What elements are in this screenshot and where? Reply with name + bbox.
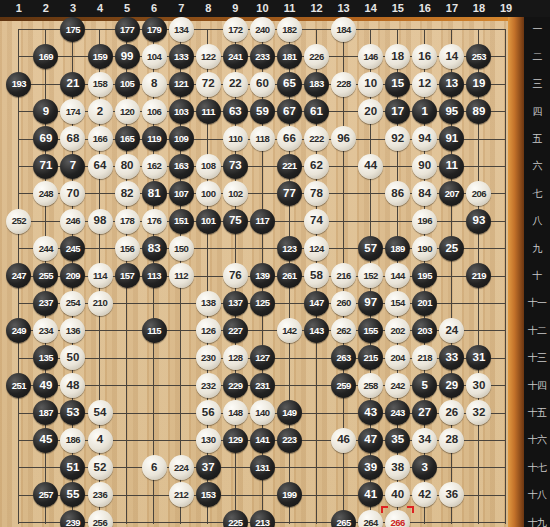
stone-265[interactable]: 265 xyxy=(331,510,356,527)
column-label: 5 xyxy=(124,0,130,17)
row-label: 十六 xyxy=(528,433,546,447)
stone-159[interactable]: 159 xyxy=(88,44,113,69)
stone-56[interactable]: 56 xyxy=(196,400,221,425)
stone-89[interactable]: 89 xyxy=(466,99,491,124)
stone-45[interactable]: 45 xyxy=(33,428,58,453)
stone-252[interactable]: 252 xyxy=(6,209,31,234)
stone-7[interactable]: 7 xyxy=(60,154,85,179)
stone-97[interactable]: 97 xyxy=(358,291,383,316)
stone-259[interactable]: 259 xyxy=(331,373,356,398)
stone-113[interactable]: 113 xyxy=(142,263,167,288)
stone-60[interactable]: 60 xyxy=(250,72,275,97)
stone-148[interactable]: 148 xyxy=(223,400,248,425)
stone-43[interactable]: 43 xyxy=(358,400,383,425)
stone-131[interactable]: 131 xyxy=(250,455,275,480)
stone-128[interactable]: 128 xyxy=(223,345,248,370)
stone-120[interactable]: 120 xyxy=(115,99,140,124)
stone-move-number: 114 xyxy=(93,271,107,281)
stone-move-number: 196 xyxy=(418,216,432,226)
stone-41[interactable]: 41 xyxy=(358,482,383,507)
stone-move-number: 144 xyxy=(391,271,405,281)
stone-move-number: 189 xyxy=(391,244,405,254)
stone-move-number: 195 xyxy=(418,271,432,281)
stone-94[interactable]: 94 xyxy=(412,126,437,151)
stone-33[interactable]: 33 xyxy=(439,345,464,370)
stone-100[interactable]: 100 xyxy=(196,181,221,206)
column-label: 7 xyxy=(178,0,184,17)
stone-239[interactable]: 239 xyxy=(60,510,85,527)
stone-223[interactable]: 223 xyxy=(277,428,302,453)
stone-202[interactable]: 202 xyxy=(385,318,410,343)
stone-move-number: 130 xyxy=(201,435,215,445)
stone-175[interactable]: 175 xyxy=(60,17,85,42)
stone-10[interactable]: 10 xyxy=(358,72,383,97)
stone-move-number: 32 xyxy=(472,407,485,419)
stone-44[interactable]: 44 xyxy=(358,154,383,179)
stone-81[interactable]: 81 xyxy=(142,181,167,206)
stone-172[interactable]: 172 xyxy=(223,17,248,42)
stone-67[interactable]: 67 xyxy=(277,99,302,124)
stone-52[interactable]: 52 xyxy=(88,455,113,480)
stone-221[interactable]: 221 xyxy=(277,154,302,179)
stone-108[interactable]: 108 xyxy=(196,154,221,179)
stone-169[interactable]: 169 xyxy=(33,44,58,69)
stone-232[interactable]: 232 xyxy=(196,373,221,398)
stone-141[interactable]: 141 xyxy=(250,428,275,453)
stone-137[interactable]: 137 xyxy=(223,291,248,316)
stone-86[interactable]: 86 xyxy=(385,181,410,206)
stone-107[interactable]: 107 xyxy=(169,181,194,206)
column-label: 17 xyxy=(446,0,458,17)
stone-move-number: 141 xyxy=(255,435,269,445)
stone-127[interactable]: 127 xyxy=(250,345,275,370)
stone-move-number: 112 xyxy=(174,271,188,281)
stone-157[interactable]: 157 xyxy=(115,263,140,288)
stone-63[interactable]: 63 xyxy=(223,99,248,124)
stone-149[interactable]: 149 xyxy=(277,400,302,425)
stone-move-number: 148 xyxy=(228,408,242,418)
stone-65[interactable]: 65 xyxy=(277,72,302,97)
stone-39[interactable]: 39 xyxy=(358,455,383,480)
stone-219[interactable]: 219 xyxy=(466,263,491,288)
stone-96[interactable]: 96 xyxy=(331,126,356,151)
stone-move-number: 146 xyxy=(363,52,377,62)
stone-83[interactable]: 83 xyxy=(142,236,167,261)
stone-move-number: 55 xyxy=(67,489,80,501)
stone-142[interactable]: 142 xyxy=(277,318,302,343)
stone-move-number: 6 xyxy=(151,462,157,474)
stone-move-number: 64 xyxy=(94,160,107,172)
stone-139[interactable]: 139 xyxy=(250,263,275,288)
stone-182[interactable]: 182 xyxy=(277,17,302,42)
stone-190[interactable]: 190 xyxy=(412,236,437,261)
stone-90[interactable]: 90 xyxy=(412,154,437,179)
row-labels-bar: 一二三四五六七八九十十一十二十三十四十五十六十七十八十九 xyxy=(524,0,550,527)
stone-143[interactable]: 143 xyxy=(304,318,329,343)
stone-98[interactable]: 98 xyxy=(88,209,113,234)
stone-14[interactable]: 14 xyxy=(439,44,464,69)
stone-181[interactable]: 181 xyxy=(277,44,302,69)
stone-move-number: 48 xyxy=(67,380,80,392)
stone-27[interactable]: 27 xyxy=(412,400,437,425)
stone-48[interactable]: 48 xyxy=(60,373,85,398)
stone-move-number: 137 xyxy=(228,298,242,308)
stone-206[interactable]: 206 xyxy=(466,181,491,206)
stone-218[interactable]: 218 xyxy=(412,345,437,370)
stone-20[interactable]: 20 xyxy=(358,99,383,124)
stone-138[interactable]: 138 xyxy=(196,291,221,316)
stone-193[interactable]: 193 xyxy=(6,72,31,97)
stone-209[interactable]: 209 xyxy=(60,263,85,288)
stone-move-number: 124 xyxy=(309,244,323,254)
stone-212[interactable]: 212 xyxy=(169,482,194,507)
stone-move-number: 241 xyxy=(228,52,242,62)
stone-102[interactable]: 102 xyxy=(223,181,248,206)
stone-204[interactable]: 204 xyxy=(385,345,410,370)
stone-231[interactable]: 231 xyxy=(250,373,275,398)
stone-151[interactable]: 151 xyxy=(169,209,194,234)
stone-69[interactable]: 69 xyxy=(33,126,58,151)
stone-99[interactable]: 99 xyxy=(115,44,140,69)
stone-move-number: 256 xyxy=(93,518,107,527)
stone-215[interactable]: 215 xyxy=(358,345,383,370)
stone-262[interactable]: 262 xyxy=(331,318,356,343)
stone-112[interactable]: 112 xyxy=(169,263,194,288)
stone-245[interactable]: 245 xyxy=(60,236,85,261)
stone-101[interactable]: 101 xyxy=(196,209,221,234)
stone-move-number: 61 xyxy=(310,106,323,118)
stone-104[interactable]: 104 xyxy=(142,44,167,69)
stone-move-number: 242 xyxy=(391,381,405,391)
stone-68[interactable]: 68 xyxy=(60,126,85,151)
stone-82[interactable]: 82 xyxy=(115,181,140,206)
stone-162[interactable]: 162 xyxy=(142,154,167,179)
stone-110[interactable]: 110 xyxy=(223,126,248,151)
stone-126[interactable]: 126 xyxy=(196,318,221,343)
stone-251[interactable]: 251 xyxy=(6,373,31,398)
stone-move-number: 52 xyxy=(94,462,107,474)
stone-152[interactable]: 152 xyxy=(358,263,383,288)
stone-257[interactable]: 257 xyxy=(33,482,58,507)
stone-247[interactable]: 247 xyxy=(6,263,31,288)
stone-72[interactable]: 72 xyxy=(196,72,221,97)
stone-184[interactable]: 184 xyxy=(331,17,356,42)
stone-109[interactable]: 109 xyxy=(169,126,194,151)
stone-move-number: 100 xyxy=(201,189,215,199)
stone-36[interactable]: 36 xyxy=(439,482,464,507)
stone-80[interactable]: 80 xyxy=(115,154,140,179)
stone-77[interactable]: 77 xyxy=(277,181,302,206)
stone-135[interactable]: 135 xyxy=(33,345,58,370)
stone-move-number: 117 xyxy=(255,216,269,226)
stone-50[interactable]: 50 xyxy=(60,345,85,370)
stone-244[interactable]: 244 xyxy=(33,236,58,261)
stone-196[interactable]: 196 xyxy=(412,209,437,234)
stone-195[interactable]: 195 xyxy=(412,263,437,288)
go-board[interactable]: 1751771791341722401821841691599910413312… xyxy=(5,16,519,527)
stone-58[interactable]: 58 xyxy=(304,263,329,288)
stone-move-number: 210 xyxy=(93,298,107,308)
stone-move-number: 115 xyxy=(147,326,161,336)
stone-70[interactable]: 70 xyxy=(60,181,85,206)
stone-258[interactable]: 258 xyxy=(358,373,383,398)
stone-move-number: 72 xyxy=(202,78,215,90)
stone-165[interactable]: 165 xyxy=(115,126,140,151)
stone-92[interactable]: 92 xyxy=(385,126,410,151)
stone-move-number: 12 xyxy=(418,78,431,90)
stone-64[interactable]: 64 xyxy=(88,154,113,179)
stone-move-number: 71 xyxy=(39,160,52,172)
stone-76[interactable]: 76 xyxy=(223,263,248,288)
stone-264[interactable]: 264 xyxy=(358,510,383,527)
stone-189[interactable]: 189 xyxy=(385,236,410,261)
stone-51[interactable]: 51 xyxy=(60,455,85,480)
stone-31[interactable]: 31 xyxy=(466,345,491,370)
stone-103[interactable]: 103 xyxy=(169,99,194,124)
stone-4[interactable]: 4 xyxy=(88,428,113,453)
stone-201[interactable]: 201 xyxy=(412,291,437,316)
stone-move-number: 5 xyxy=(422,380,428,392)
stone-140[interactable]: 140 xyxy=(250,400,275,425)
stone-255[interactable]: 255 xyxy=(33,263,58,288)
stone-254[interactable]: 254 xyxy=(60,291,85,316)
row-label: 八 xyxy=(533,214,542,228)
stone-move-number: 107 xyxy=(174,189,188,199)
stone-24[interactable]: 24 xyxy=(439,318,464,343)
stone-248[interactable]: 248 xyxy=(33,181,58,206)
stone-225[interactable]: 225 xyxy=(223,510,248,527)
stone-71[interactable]: 71 xyxy=(33,154,58,179)
stone-156[interactable]: 156 xyxy=(115,236,140,261)
stone-55[interactable]: 55 xyxy=(60,482,85,507)
stone-17[interactable]: 17 xyxy=(385,99,410,124)
stone-183[interactable]: 183 xyxy=(304,72,329,97)
stone-117[interactable]: 117 xyxy=(250,209,275,234)
stone-37[interactable]: 37 xyxy=(196,455,221,480)
stone-47[interactable]: 47 xyxy=(358,428,383,453)
stone-213[interactable]: 213 xyxy=(250,510,275,527)
stone-move-number: 95 xyxy=(445,106,458,118)
stone-18[interactable]: 18 xyxy=(385,44,410,69)
stone-61[interactable]: 61 xyxy=(304,99,329,124)
stone-move-number: 190 xyxy=(418,244,432,254)
stone-move-number: 69 xyxy=(39,133,52,145)
stone-203[interactable]: 203 xyxy=(412,318,437,343)
stone-163[interactable]: 163 xyxy=(169,154,194,179)
stone-105[interactable]: 105 xyxy=(115,72,140,97)
stone-62[interactable]: 62 xyxy=(304,154,329,179)
stone-74[interactable]: 74 xyxy=(304,209,329,234)
stone-move-number: 33 xyxy=(445,352,458,364)
stone-224[interactable]: 224 xyxy=(169,455,194,480)
stone-114[interactable]: 114 xyxy=(88,263,113,288)
stone-22[interactable]: 22 xyxy=(223,72,248,97)
stone-115[interactable]: 115 xyxy=(142,318,167,343)
stone-11[interactable]: 11 xyxy=(439,154,464,179)
stone-move-number: 47 xyxy=(364,434,377,446)
stone-move-number: 179 xyxy=(147,25,161,35)
stone-53[interactable]: 53 xyxy=(60,400,85,425)
stone-move-number: 244 xyxy=(39,244,53,254)
stone-158[interactable]: 158 xyxy=(88,72,113,97)
stone-243[interactable]: 243 xyxy=(385,400,410,425)
stone-249[interactable]: 249 xyxy=(6,318,31,343)
stone-261[interactable]: 261 xyxy=(277,263,302,288)
stone-119[interactable]: 119 xyxy=(142,126,167,151)
stone-260[interactable]: 260 xyxy=(331,291,356,316)
stone-187[interactable]: 187 xyxy=(33,400,58,425)
stone-136[interactable]: 136 xyxy=(60,318,85,343)
stone-29[interactable]: 29 xyxy=(439,373,464,398)
stone-49[interactable]: 49 xyxy=(33,373,58,398)
stone-242[interactable]: 242 xyxy=(385,373,410,398)
stone-34[interactable]: 34 xyxy=(412,428,437,453)
stone-move-number: 139 xyxy=(255,271,269,281)
stone-25[interactable]: 25 xyxy=(439,236,464,261)
column-label: 19 xyxy=(500,0,512,17)
stone-66[interactable]: 66 xyxy=(277,126,302,151)
stone-28[interactable]: 28 xyxy=(439,428,464,453)
stone-179[interactable]: 179 xyxy=(142,17,167,42)
stone-95[interactable]: 95 xyxy=(439,99,464,124)
stone-move-number: 135 xyxy=(39,353,53,363)
stone-123[interactable]: 123 xyxy=(277,236,302,261)
stone-177[interactable]: 177 xyxy=(115,17,140,42)
stone-38[interactable]: 38 xyxy=(385,455,410,480)
stone-153[interactable]: 153 xyxy=(196,482,221,507)
stone-move-number: 65 xyxy=(283,78,296,90)
stone-54[interactable]: 54 xyxy=(88,400,113,425)
stone-75[interactable]: 75 xyxy=(223,209,248,234)
stone-42[interactable]: 42 xyxy=(412,482,437,507)
stone-118[interactable]: 118 xyxy=(250,126,275,151)
stone-130[interactable]: 130 xyxy=(196,428,221,453)
stone-6[interactable]: 6 xyxy=(142,455,167,480)
stone-146[interactable]: 146 xyxy=(358,44,383,69)
stone-253[interactable]: 253 xyxy=(466,44,491,69)
stone-121[interactable]: 121 xyxy=(169,72,194,97)
stone-91[interactable]: 91 xyxy=(439,126,464,151)
stone-207[interactable]: 207 xyxy=(439,181,464,206)
stone-155[interactable]: 155 xyxy=(358,318,383,343)
stone-174[interactable]: 174 xyxy=(60,99,85,124)
stone-84[interactable]: 84 xyxy=(412,181,437,206)
stone-147[interactable]: 147 xyxy=(304,291,329,316)
stone-30[interactable]: 30 xyxy=(466,373,491,398)
row-label: 十 xyxy=(533,269,542,283)
stone-229[interactable]: 229 xyxy=(223,373,248,398)
stone-234[interactable]: 234 xyxy=(33,318,58,343)
stone-move-number: 178 xyxy=(120,216,134,226)
stone-13[interactable]: 13 xyxy=(439,72,464,97)
stone-move-number: 187 xyxy=(39,408,53,418)
stone-186[interactable]: 186 xyxy=(60,428,85,453)
stone-40[interactable]: 40 xyxy=(385,482,410,507)
stone-256[interactable]: 256 xyxy=(88,510,113,527)
stone-133[interactable]: 133 xyxy=(169,44,194,69)
stone-9[interactable]: 9 xyxy=(33,99,58,124)
stone-59[interactable]: 59 xyxy=(250,99,275,124)
stone-150[interactable]: 150 xyxy=(169,236,194,261)
row-label: 二 xyxy=(533,50,542,64)
stone-move-number: 15 xyxy=(391,78,404,90)
stone-move-number: 138 xyxy=(201,298,215,308)
stone-222[interactable]: 222 xyxy=(304,126,329,151)
stone-move-number: 159 xyxy=(93,52,107,62)
stone-3[interactable]: 3 xyxy=(412,455,437,480)
stone-move-number: 101 xyxy=(201,216,215,226)
stone-73[interactable]: 73 xyxy=(223,154,248,179)
stone-176[interactable]: 176 xyxy=(142,209,167,234)
column-label: 8 xyxy=(205,0,211,17)
stone-230[interactable]: 230 xyxy=(196,345,221,370)
stone-move-number: 266 xyxy=(391,518,405,527)
stone-125[interactable]: 125 xyxy=(250,291,275,316)
stone-move-number: 34 xyxy=(418,434,431,446)
stone-246[interactable]: 246 xyxy=(60,209,85,234)
stone-227[interactable]: 227 xyxy=(223,318,248,343)
stone-111[interactable]: 111 xyxy=(196,99,221,124)
stone-228[interactable]: 228 xyxy=(331,72,356,97)
stone-241[interactable]: 241 xyxy=(223,44,248,69)
stone-124[interactable]: 124 xyxy=(304,236,329,261)
stone-15[interactable]: 15 xyxy=(385,72,410,97)
stone-266[interactable]: 266 xyxy=(385,510,410,527)
stone-2[interactable]: 2 xyxy=(88,99,113,124)
stone-263[interactable]: 263 xyxy=(331,345,356,370)
stone-106[interactable]: 106 xyxy=(142,99,167,124)
stone-216[interactable]: 216 xyxy=(331,263,356,288)
stone-move-number: 105 xyxy=(120,79,134,89)
stone-1[interactable]: 1 xyxy=(412,99,437,124)
stone-178[interactable]: 178 xyxy=(115,209,140,234)
stone-move-number: 150 xyxy=(174,244,188,254)
stone-144[interactable]: 144 xyxy=(385,263,410,288)
stone-78[interactable]: 78 xyxy=(304,181,329,206)
stone-8[interactable]: 8 xyxy=(142,72,167,97)
stone-19[interactable]: 19 xyxy=(466,72,491,97)
stone-210[interactable]: 210 xyxy=(88,291,113,316)
stone-57[interactable]: 57 xyxy=(358,236,383,261)
stone-32[interactable]: 32 xyxy=(466,400,491,425)
stone-16[interactable]: 16 xyxy=(412,44,437,69)
stone-166[interactable]: 166 xyxy=(88,126,113,151)
stone-move-number: 63 xyxy=(229,106,242,118)
stone-move-number: 260 xyxy=(336,298,350,308)
stone-129[interactable]: 129 xyxy=(223,428,248,453)
stone-21[interactable]: 21 xyxy=(60,72,85,97)
stone-93[interactable]: 93 xyxy=(466,209,491,234)
stone-240[interactable]: 240 xyxy=(250,17,275,42)
stone-134[interactable]: 134 xyxy=(169,17,194,42)
stone-46[interactable]: 46 xyxy=(331,428,356,453)
stone-199[interactable]: 199 xyxy=(277,482,302,507)
stone-226[interactable]: 226 xyxy=(304,44,329,69)
stone-move-number: 234 xyxy=(39,326,53,336)
stone-122[interactable]: 122 xyxy=(196,44,221,69)
stone-move-number: 218 xyxy=(418,353,432,363)
stone-26[interactable]: 26 xyxy=(439,400,464,425)
stone-12[interactable]: 12 xyxy=(412,72,437,97)
stone-236[interactable]: 236 xyxy=(88,482,113,507)
stone-154[interactable]: 154 xyxy=(385,291,410,316)
stone-5[interactable]: 5 xyxy=(412,373,437,398)
go-game-screen: 1751771791341722401821841691599910413312… xyxy=(0,0,550,527)
stone-237[interactable]: 237 xyxy=(33,291,58,316)
stone-35[interactable]: 35 xyxy=(385,428,410,453)
stone-233[interactable]: 233 xyxy=(250,44,275,69)
stone-move-number: 163 xyxy=(174,161,188,171)
